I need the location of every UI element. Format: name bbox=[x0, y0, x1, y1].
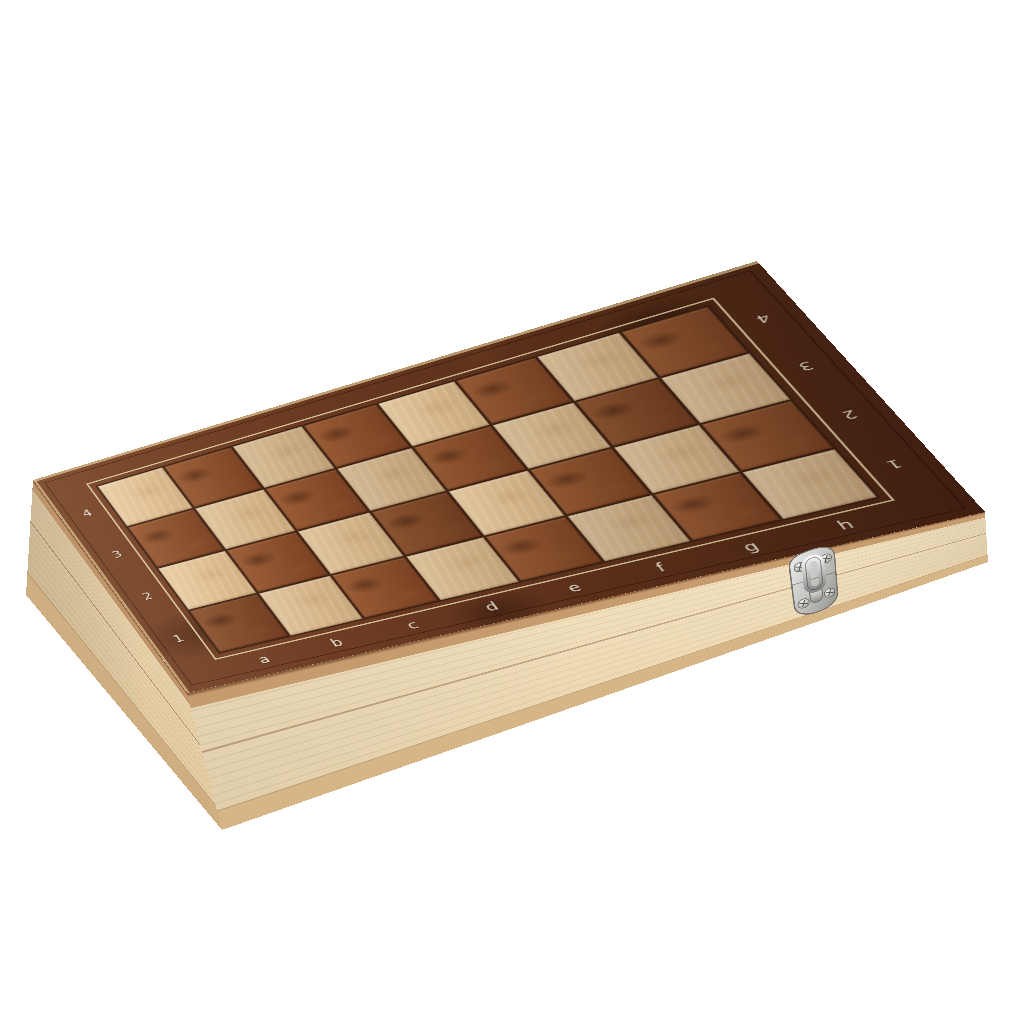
chess-box-product-photo: 44332211abcdefgh bbox=[0, 0, 1024, 1024]
latch-clasp bbox=[781, 541, 845, 624]
